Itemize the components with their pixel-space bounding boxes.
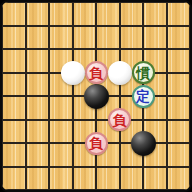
move-marker[interactable]: 負 xyxy=(85,61,108,84)
go-board[interactable]: 負慣定負負 xyxy=(0,0,192,192)
move-marker[interactable]: 定 xyxy=(132,85,155,108)
stones-layer: 負慣定負負 xyxy=(2,2,190,190)
black-stone xyxy=(84,84,109,109)
move-marker[interactable]: 負 xyxy=(108,108,131,131)
white-stone xyxy=(61,61,85,85)
move-marker[interactable]: 慣 xyxy=(132,61,155,84)
white-stone xyxy=(108,61,132,85)
black-stone xyxy=(131,131,156,156)
move-marker[interactable]: 負 xyxy=(85,132,108,155)
